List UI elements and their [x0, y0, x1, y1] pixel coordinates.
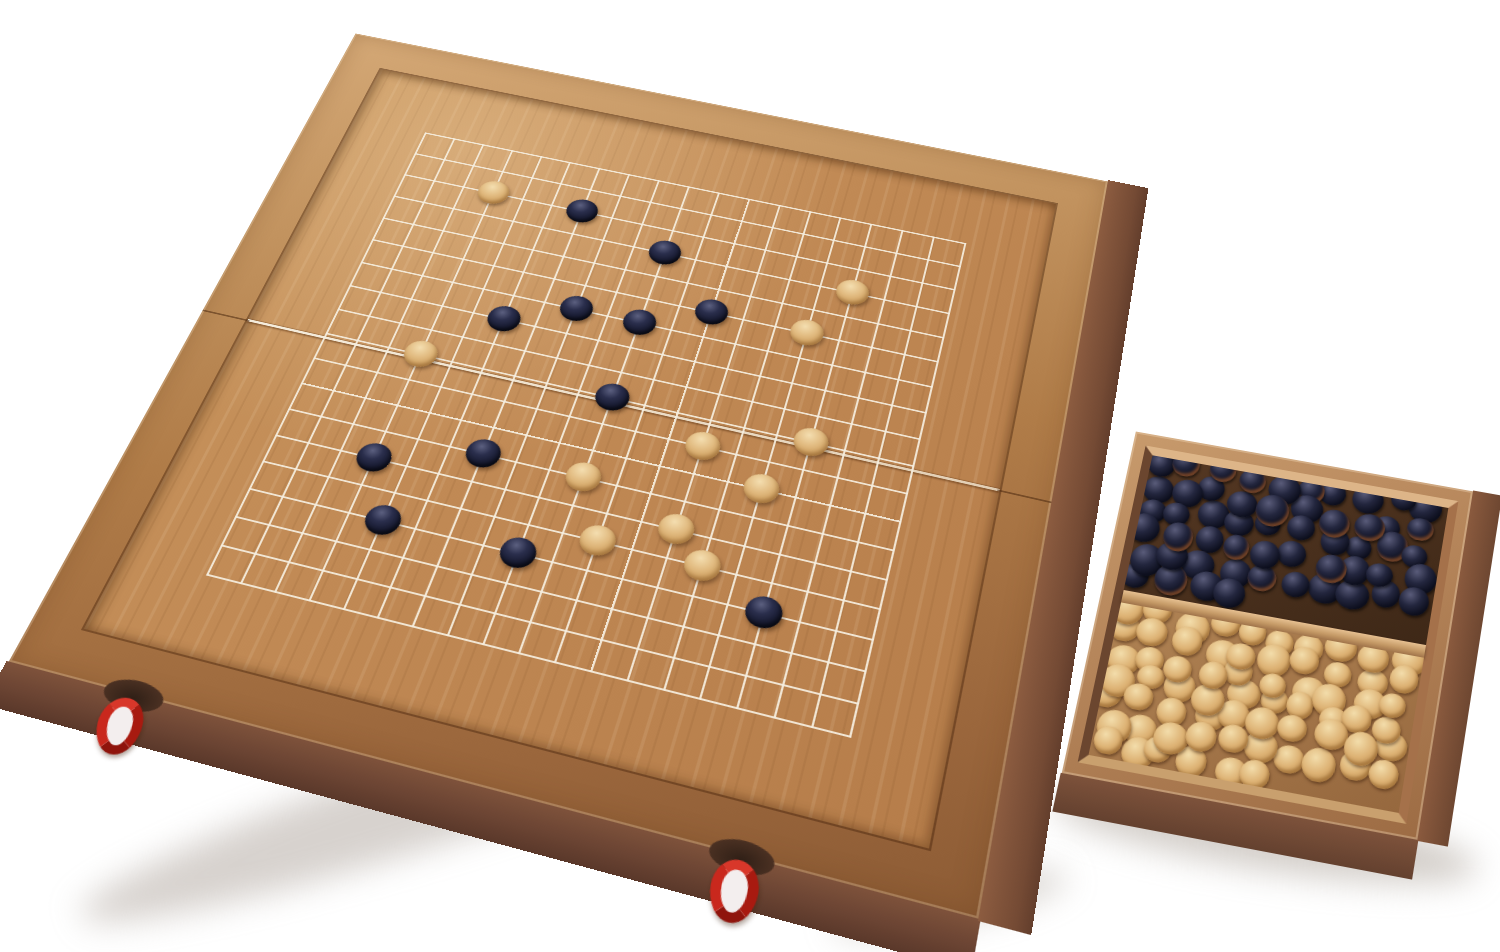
board-stone-black [556, 293, 597, 324]
tray-stone-dark [1275, 538, 1308, 568]
pull-tab-loop [91, 697, 148, 755]
board-stone-white [680, 547, 724, 585]
board-stone-white [575, 522, 620, 559]
grid-line-vertical [554, 192, 720, 663]
board-stone-white [791, 425, 832, 459]
tray-stone-light [1367, 757, 1401, 791]
grid-line-vertical [849, 243, 967, 738]
board-stone-white [834, 277, 872, 307]
tray-stone-dark [1350, 483, 1386, 516]
grid-line-vertical [482, 180, 660, 645]
board-stone-black [619, 307, 660, 338]
board-stone-black [645, 238, 684, 267]
board-stone-white [681, 429, 723, 463]
board-stone-black [742, 593, 787, 632]
board-stone-white [399, 338, 442, 370]
tray-stone-dark [1170, 455, 1201, 478]
go-grid [206, 132, 966, 738]
grid-line-horizontal [414, 153, 961, 267]
stone-box [1062, 432, 1473, 840]
grid-line-vertical [590, 199, 751, 673]
board-stone-black [351, 440, 396, 475]
board-stone-black [591, 381, 633, 414]
board-stone-white [741, 471, 783, 507]
board-stone-white [474, 178, 513, 206]
tray-stone-dark [1279, 570, 1312, 600]
board-stone-white [562, 459, 606, 494]
grid-line-vertical [774, 230, 904, 719]
board-stone-black [359, 502, 405, 539]
scene [0, 0, 1500, 952]
tray-stone-dark [1221, 533, 1251, 562]
board-stone-black [563, 197, 602, 225]
stone-box-tray [1078, 446, 1459, 824]
board-stone-black [462, 436, 506, 471]
board-stone-black [495, 534, 540, 571]
grid-line-vertical [811, 236, 935, 728]
board-stone-black [484, 303, 525, 334]
grid-line-horizontal [383, 217, 945, 338]
board-stone-white [787, 317, 826, 348]
go-board [9, 33, 1108, 918]
board-stone-white [654, 510, 698, 547]
grid-line-horizontal [234, 516, 866, 673]
tray-stone-light [1299, 746, 1338, 785]
board-stone-black [691, 297, 731, 328]
